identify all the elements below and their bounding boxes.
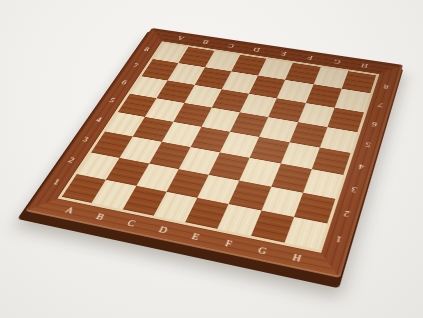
file-label-top-d: D — [252, 46, 261, 52]
rank-label-left-8: 8 — [143, 46, 151, 52]
file-label-bottom-g: G — [257, 246, 269, 256]
file-label-top-g: G — [333, 58, 342, 64]
file-label-bottom-a: A — [63, 206, 76, 215]
rank-label-right-3: 3 — [350, 185, 358, 194]
file-label-bottom-c: C — [126, 219, 138, 229]
rank-label-right-7: 7 — [377, 101, 384, 108]
coordinate-labels: AABBCCDDEEFFGGHH1122334455667788 — [25, 28, 403, 278]
rank-label-right-8: 8 — [383, 83, 390, 90]
rank-label-right-1: 1 — [334, 235, 343, 245]
chessboard: AABBCCDDEEFFGGHH1122334455667788 — [25, 28, 403, 278]
file-label-top-h: H — [360, 62, 369, 68]
rank-label-right-2: 2 — [342, 209, 350, 218]
file-label-bottom-b: B — [94, 212, 106, 221]
file-label-bottom-f: F — [224, 239, 234, 249]
file-label-bottom-e: E — [190, 232, 201, 242]
file-label-bottom-d: D — [157, 225, 169, 235]
rank-label-right-5: 5 — [364, 141, 372, 149]
file-label-top-c: C — [227, 43, 236, 49]
rank-label-right-6: 6 — [371, 121, 378, 128]
rank-label-left-5: 5 — [108, 97, 117, 104]
file-label-top-f: F — [306, 54, 314, 60]
rank-label-left-4: 4 — [95, 116, 104, 123]
photo-background: AABBCCDDEEFFGGHH1122334455667788 — [0, 0, 423, 318]
file-label-top-b: B — [201, 39, 210, 45]
rank-label-left-2: 2 — [67, 156, 77, 164]
file-label-bottom-h: H — [291, 253, 303, 264]
file-label-top-a: A — [176, 35, 185, 41]
rank-label-right-4: 4 — [357, 162, 365, 170]
rank-label-left-7: 7 — [132, 63, 140, 69]
rank-label-left-6: 6 — [120, 80, 128, 86]
rank-label-left-3: 3 — [81, 136, 90, 143]
rank-label-left-1: 1 — [51, 178, 61, 186]
file-label-top-e: E — [279, 50, 287, 56]
